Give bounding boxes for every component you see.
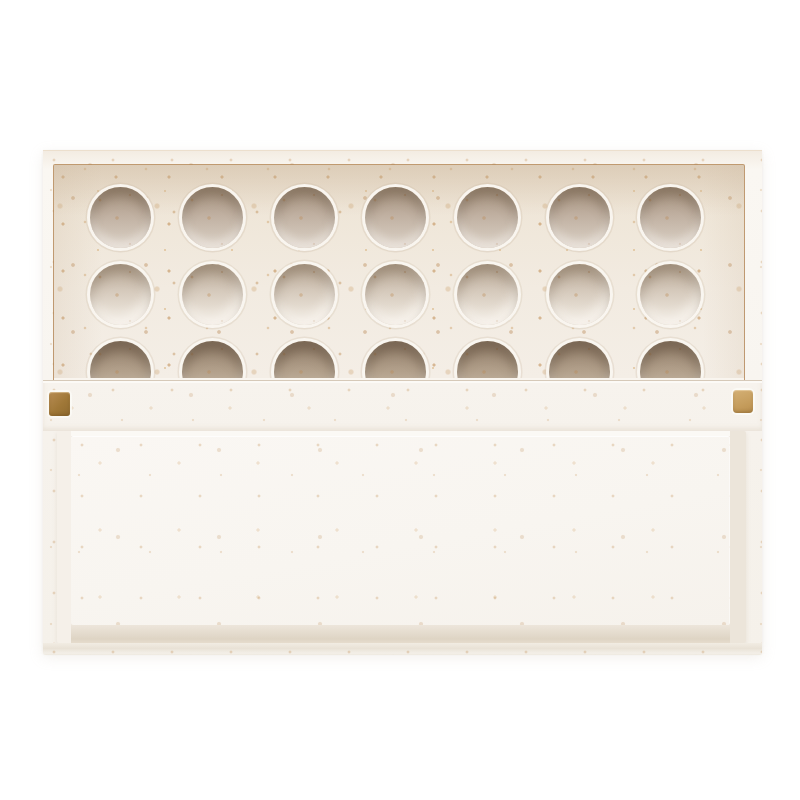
bottom-edge (43, 643, 762, 655)
board-cell-f5 (533, 256, 625, 333)
board-hole (274, 341, 335, 380)
board-hole (90, 264, 151, 325)
board-cell-f4 (533, 333, 625, 380)
board-hole (274, 187, 335, 248)
board-cell-b4 (167, 333, 259, 380)
board-hole (182, 264, 243, 325)
board-face (43, 150, 762, 380)
board-cell-a6 (75, 179, 167, 256)
board-hole (274, 264, 335, 325)
board-cell-c5 (258, 256, 350, 333)
board-hole (549, 187, 610, 248)
board-face-inner (54, 165, 744, 380)
board-cell-d5 (350, 256, 442, 333)
board-hole (640, 187, 701, 248)
board-hole (182, 341, 243, 380)
board-cell-b5 (167, 256, 259, 333)
right-latch-pin (733, 390, 753, 413)
board-cell-c4 (258, 333, 350, 380)
lid-panel (57, 431, 746, 643)
connect-four-box (43, 150, 762, 653)
board-hole (365, 264, 426, 325)
board-cell-g6 (625, 179, 717, 256)
board-cell-e6 (442, 179, 534, 256)
board-hole (549, 341, 610, 380)
hinge-strip (43, 380, 762, 431)
board-hole (549, 264, 610, 325)
board-hole (365, 341, 426, 380)
product-photo (0, 0, 800, 800)
board-hole (457, 341, 518, 380)
board-cell-g4 (625, 333, 717, 380)
board-hole (640, 264, 701, 325)
board-cell-c6 (258, 179, 350, 256)
left-latch-pin (49, 392, 70, 416)
board-cell-a4 (75, 333, 167, 380)
board-hole (90, 341, 151, 380)
board-hole (457, 187, 518, 248)
hole-grid (54, 165, 744, 380)
board-cell-d6 (350, 179, 442, 256)
board-cell-e4 (442, 333, 534, 380)
lid-panel-face (71, 436, 730, 625)
board-hole (90, 187, 151, 248)
lid-area (43, 431, 762, 655)
board-hole (365, 187, 426, 248)
board-cell-f6 (533, 179, 625, 256)
board-cell-b6 (167, 179, 259, 256)
board-hole (640, 341, 701, 380)
board-hole (457, 264, 518, 325)
board-cell-d4 (350, 333, 442, 380)
board-hole (182, 187, 243, 248)
board-cell-g5 (625, 256, 717, 333)
board-cell-e5 (442, 256, 534, 333)
board-cell-a5 (75, 256, 167, 333)
